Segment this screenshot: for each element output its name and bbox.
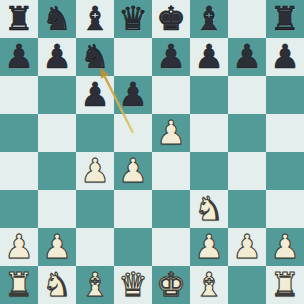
square-b1[interactable]: ♞ [38,266,76,304]
square-f8[interactable]: ♝ [190,0,228,38]
square-f2[interactable]: ♟ [190,228,228,266]
white-pawn[interactable]: ♟ [80,152,110,190]
square-d5[interactable] [114,114,152,152]
white-queen[interactable]: ♛ [118,266,148,304]
square-b7[interactable]: ♟ [38,38,76,76]
black-pawn[interactable]: ♟ [194,38,224,76]
white-bishop[interactable]: ♝ [80,266,110,304]
square-e8[interactable]: ♚ [152,0,190,38]
white-knight[interactable]: ♞ [194,190,224,228]
square-a4[interactable] [0,152,38,190]
black-pawn[interactable]: ♟ [156,38,186,76]
white-pawn[interactable]: ♟ [194,228,224,266]
square-c2[interactable] [76,228,114,266]
white-rook[interactable]: ♜ [4,266,34,304]
square-e1[interactable]: ♚ [152,266,190,304]
square-a1[interactable]: ♜ [0,266,38,304]
square-g8[interactable] [228,0,266,38]
square-d8[interactable]: ♛ [114,0,152,38]
square-h6[interactable] [266,76,304,114]
white-pawn[interactable]: ♟ [118,152,148,190]
square-b6[interactable] [38,76,76,114]
white-knight[interactable]: ♞ [42,266,72,304]
square-e6[interactable] [152,76,190,114]
square-f6[interactable] [190,76,228,114]
white-pawn[interactable]: ♟ [42,228,72,266]
square-h2[interactable]: ♟ [266,228,304,266]
white-pawn[interactable]: ♟ [232,228,262,266]
square-c1[interactable]: ♝ [76,266,114,304]
square-e3[interactable] [152,190,190,228]
square-c8[interactable]: ♝ [76,0,114,38]
black-king[interactable]: ♚ [156,0,186,38]
black-bishop[interactable]: ♝ [80,0,110,38]
black-pawn[interactable]: ♟ [118,76,148,114]
square-d6[interactable]: ♟ [114,76,152,114]
black-bishop[interactable]: ♝ [194,0,224,38]
square-d2[interactable] [114,228,152,266]
black-pawn[interactable]: ♟ [232,38,262,76]
white-pawn[interactable]: ♟ [270,228,300,266]
square-e4[interactable] [152,152,190,190]
square-b3[interactable] [38,190,76,228]
square-a3[interactable] [0,190,38,228]
square-f1[interactable]: ♝ [190,266,228,304]
white-king[interactable]: ♚ [156,266,186,304]
white-rook[interactable]: ♜ [270,266,300,304]
chess-board-container: ♜♞♝♛♚♝♜♟♟♞♟♟♟♟♟♟♟♟♟♞♟♟♟♟♟♜♞♝♛♚♝♜ [0,0,304,304]
square-h5[interactable] [266,114,304,152]
white-bishop[interactable]: ♝ [194,266,224,304]
square-h4[interactable] [266,152,304,190]
square-g4[interactable] [228,152,266,190]
chess-board: ♜♞♝♛♚♝♜♟♟♞♟♟♟♟♟♟♟♟♟♞♟♟♟♟♟♜♞♝♛♚♝♜ [0,0,304,304]
square-h8[interactable]: ♜ [266,0,304,38]
square-e5[interactable]: ♟ [152,114,190,152]
black-knight[interactable]: ♞ [80,38,110,76]
square-a7[interactable]: ♟ [0,38,38,76]
white-pawn[interactable]: ♟ [4,228,34,266]
black-pawn[interactable]: ♟ [270,38,300,76]
square-e2[interactable] [152,228,190,266]
square-g1[interactable] [228,266,266,304]
square-g3[interactable] [228,190,266,228]
square-g7[interactable]: ♟ [228,38,266,76]
black-rook[interactable]: ♜ [4,0,34,38]
black-pawn[interactable]: ♟ [4,38,34,76]
square-f3[interactable]: ♞ [190,190,228,228]
black-rook[interactable]: ♜ [270,0,300,38]
square-b8[interactable]: ♞ [38,0,76,38]
square-c7[interactable]: ♞ [76,38,114,76]
square-b5[interactable] [38,114,76,152]
square-c6[interactable]: ♟ [76,76,114,114]
white-pawn[interactable]: ♟ [156,114,186,152]
square-e7[interactable]: ♟ [152,38,190,76]
square-c3[interactable] [76,190,114,228]
black-queen[interactable]: ♛ [118,0,148,38]
square-a8[interactable]: ♜ [0,0,38,38]
square-d4[interactable]: ♟ [114,152,152,190]
square-f5[interactable] [190,114,228,152]
square-b4[interactable] [38,152,76,190]
square-d7[interactable] [114,38,152,76]
square-a6[interactable] [0,76,38,114]
square-d1[interactable]: ♛ [114,266,152,304]
square-c4[interactable]: ♟ [76,152,114,190]
black-knight[interactable]: ♞ [42,0,72,38]
square-f4[interactable] [190,152,228,190]
square-g6[interactable] [228,76,266,114]
square-d3[interactable] [114,190,152,228]
square-h1[interactable]: ♜ [266,266,304,304]
square-g5[interactable] [228,114,266,152]
square-a5[interactable] [0,114,38,152]
square-g2[interactable]: ♟ [228,228,266,266]
square-a2[interactable]: ♟ [0,228,38,266]
square-h3[interactable] [266,190,304,228]
square-f7[interactable]: ♟ [190,38,228,76]
black-pawn[interactable]: ♟ [42,38,72,76]
square-b2[interactable]: ♟ [38,228,76,266]
square-c5[interactable] [76,114,114,152]
square-h7[interactable]: ♟ [266,38,304,76]
black-pawn[interactable]: ♟ [80,76,110,114]
